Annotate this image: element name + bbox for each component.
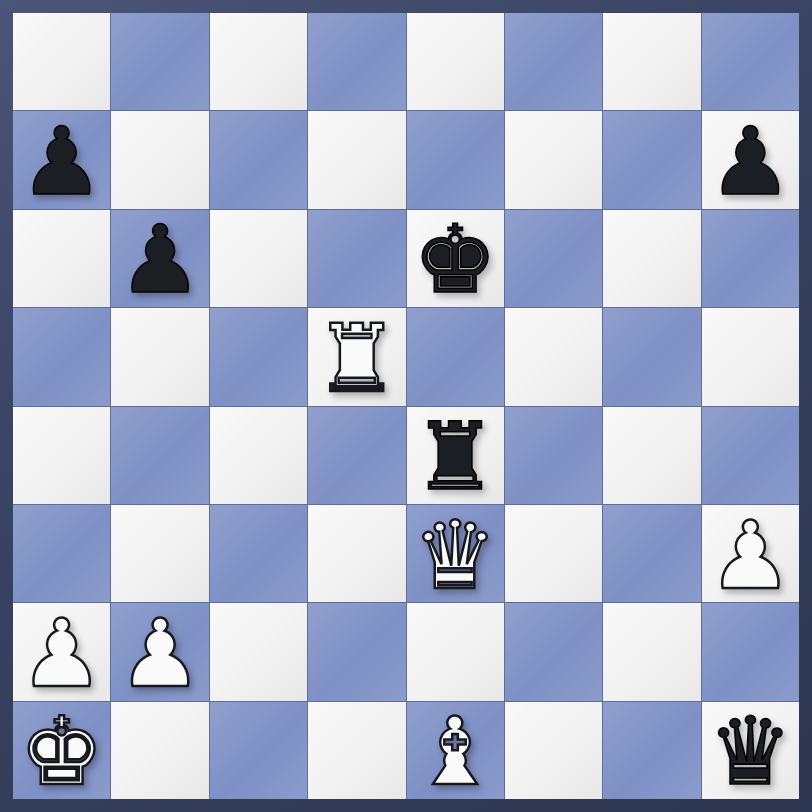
square-d6[interactable]	[308, 210, 405, 307]
piece-white-bishop[interactable]: ♝	[413, 705, 497, 799]
square-h6[interactable]	[702, 210, 799, 307]
square-a6[interactable]	[13, 210, 110, 307]
square-g8[interactable]	[603, 13, 700, 110]
square-c5[interactable]	[210, 308, 307, 405]
piece-black-rook[interactable]: ♜	[413, 410, 497, 504]
square-d2[interactable]	[308, 603, 405, 700]
square-c2[interactable]	[210, 603, 307, 700]
square-b2[interactable]: ♟	[111, 603, 208, 700]
square-a8[interactable]	[13, 13, 110, 110]
square-f3[interactable]	[505, 505, 602, 602]
square-h8[interactable]	[702, 13, 799, 110]
square-e6[interactable]: ♚	[407, 210, 504, 307]
square-c1[interactable]	[210, 702, 307, 799]
square-a1[interactable]: ♚	[13, 702, 110, 799]
square-c3[interactable]	[210, 505, 307, 602]
square-a7[interactable]: ♟	[13, 111, 110, 208]
square-c8[interactable]	[210, 13, 307, 110]
piece-white-pawn[interactable]: ♟	[20, 607, 104, 701]
square-h3[interactable]: ♟	[702, 505, 799, 602]
square-c6[interactable]	[210, 210, 307, 307]
square-f4[interactable]	[505, 407, 602, 504]
square-b7[interactable]	[111, 111, 208, 208]
square-h2[interactable]	[702, 603, 799, 700]
square-f2[interactable]	[505, 603, 602, 700]
square-f8[interactable]	[505, 13, 602, 110]
board-frame: ♟♟♟♚♜♜♛♟♟♟♚♝♛	[0, 0, 812, 812]
square-a2[interactable]: ♟	[13, 603, 110, 700]
square-f5[interactable]	[505, 308, 602, 405]
square-e1[interactable]: ♝	[407, 702, 504, 799]
square-e4[interactable]: ♜	[407, 407, 504, 504]
piece-white-pawn[interactable]: ♟	[708, 509, 792, 603]
square-e2[interactable]	[407, 603, 504, 700]
square-g4[interactable]	[603, 407, 700, 504]
square-d8[interactable]	[308, 13, 405, 110]
square-g1[interactable]	[603, 702, 700, 799]
square-d1[interactable]	[308, 702, 405, 799]
piece-black-pawn[interactable]: ♟	[708, 115, 792, 209]
square-b5[interactable]	[111, 308, 208, 405]
square-g6[interactable]	[603, 210, 700, 307]
square-g7[interactable]	[603, 111, 700, 208]
chess-board: ♟♟♟♚♜♜♛♟♟♟♚♝♛	[13, 13, 799, 799]
square-c4[interactable]	[210, 407, 307, 504]
square-h4[interactable]	[702, 407, 799, 504]
square-h7[interactable]: ♟	[702, 111, 799, 208]
piece-black-pawn[interactable]: ♟	[20, 115, 104, 209]
square-d5[interactable]: ♜	[308, 308, 405, 405]
piece-black-king[interactable]: ♚	[413, 213, 497, 307]
square-g5[interactable]	[603, 308, 700, 405]
square-a4[interactable]	[13, 407, 110, 504]
square-d7[interactable]	[308, 111, 405, 208]
square-g3[interactable]	[603, 505, 700, 602]
square-g2[interactable]	[603, 603, 700, 700]
piece-white-king[interactable]: ♚	[20, 705, 104, 799]
square-e5[interactable]	[407, 308, 504, 405]
square-b3[interactable]	[111, 505, 208, 602]
piece-black-pawn[interactable]: ♟	[118, 213, 202, 307]
piece-black-queen[interactable]: ♛	[708, 705, 792, 799]
square-b8[interactable]	[111, 13, 208, 110]
piece-white-queen[interactable]: ♛	[413, 509, 497, 603]
square-b4[interactable]	[111, 407, 208, 504]
square-d3[interactable]	[308, 505, 405, 602]
square-e3[interactable]: ♛	[407, 505, 504, 602]
square-e8[interactable]	[407, 13, 504, 110]
square-f7[interactable]	[505, 111, 602, 208]
square-f6[interactable]	[505, 210, 602, 307]
square-e7[interactable]	[407, 111, 504, 208]
square-b6[interactable]: ♟	[111, 210, 208, 307]
square-h1[interactable]: ♛	[702, 702, 799, 799]
square-a5[interactable]	[13, 308, 110, 405]
square-a3[interactable]	[13, 505, 110, 602]
square-h5[interactable]	[702, 308, 799, 405]
square-c7[interactable]	[210, 111, 307, 208]
square-b1[interactable]	[111, 702, 208, 799]
square-d4[interactable]	[308, 407, 405, 504]
square-f1[interactable]	[505, 702, 602, 799]
piece-white-pawn[interactable]: ♟	[118, 607, 202, 701]
piece-white-rook[interactable]: ♜	[315, 312, 399, 406]
